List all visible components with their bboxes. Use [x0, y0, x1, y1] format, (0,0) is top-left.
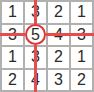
grid-cell[interactable]: 1	[70, 1, 93, 24]
grid-cell[interactable]: 3	[47, 69, 70, 92]
grid-cell[interactable]: 1	[1, 1, 24, 24]
grid-cell[interactable]: 1	[1, 46, 24, 69]
grid-cell[interactable]: 3	[70, 24, 93, 47]
grid-cell[interactable]: 3	[24, 46, 47, 69]
puzzle-board: 1321354313212432	[0, 0, 94, 92]
grid-cell[interactable]: 3	[1, 24, 24, 47]
number-grid: 1321354313212432	[0, 0, 94, 92]
grid-cell[interactable]: 4	[47, 24, 70, 47]
grid-cell[interactable]: 3	[24, 1, 47, 24]
grid-cell[interactable]: 2	[47, 46, 70, 69]
grid-cell[interactable]: 2	[70, 69, 93, 92]
grid-cell[interactable]: 5	[24, 24, 47, 47]
grid-cell[interactable]: 2	[1, 69, 24, 92]
grid-cell[interactable]: 4	[24, 69, 47, 92]
grid-cell[interactable]: 2	[47, 1, 70, 24]
grid-cell[interactable]: 1	[70, 46, 93, 69]
